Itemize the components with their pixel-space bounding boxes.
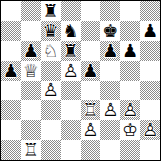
square-c8[interactable]: ♜: [41, 1, 61, 21]
piece-white-knight[interactable]: ♞♘: [41, 41, 61, 61]
piece-glyph: ♚: [102, 22, 118, 40]
square-f2[interactable]: [100, 120, 120, 140]
piece-glyph: ♔: [122, 121, 138, 139]
square-c4[interactable]: ♟♙: [41, 81, 61, 101]
piece-glyph: ♞: [62, 22, 78, 40]
square-b7[interactable]: [21, 21, 41, 41]
piece-glyph: ♙: [43, 81, 59, 99]
piece-white-pawn[interactable]: ♟♙: [41, 81, 61, 101]
piece-white-rook[interactable]: ♜♖: [81, 100, 101, 120]
square-c7[interactable]: ♛: [41, 21, 61, 41]
piece-glyph: ♟: [23, 42, 39, 60]
piece-black-pawn[interactable]: ♟: [81, 61, 101, 81]
square-e7[interactable]: [81, 21, 101, 41]
square-d2[interactable]: [61, 120, 81, 140]
square-e2[interactable]: ♟♙: [81, 120, 101, 140]
square-h8[interactable]: [140, 1, 160, 21]
square-a7[interactable]: [1, 21, 21, 41]
piece-glyph: ♟: [102, 42, 118, 60]
square-g6[interactable]: ♟: [120, 41, 140, 61]
square-g2[interactable]: ♚♔: [120, 120, 140, 140]
square-h7[interactable]: ♟: [140, 21, 160, 41]
square-g4[interactable]: [120, 81, 140, 101]
square-b8[interactable]: [21, 1, 41, 21]
square-b4[interactable]: [21, 81, 41, 101]
piece-glyph: ♖: [82, 101, 98, 119]
piece-black-pawn[interactable]: ♟: [1, 61, 21, 81]
square-f1[interactable]: [100, 140, 120, 160]
square-c5[interactable]: [41, 61, 61, 81]
piece-white-rook[interactable]: ♜♖: [21, 140, 41, 160]
piece-black-knight[interactable]: ♞: [61, 21, 81, 41]
square-e1[interactable]: [81, 140, 101, 160]
piece-white-pawn[interactable]: ♟♙: [100, 100, 120, 120]
square-e5[interactable]: ♟: [81, 61, 101, 81]
square-d8[interactable]: [61, 1, 81, 21]
square-h6[interactable]: [140, 41, 160, 61]
square-f7[interactable]: ♚: [100, 21, 120, 41]
square-h3[interactable]: [140, 100, 160, 120]
square-d7[interactable]: ♞: [61, 21, 81, 41]
piece-glyph: ♙: [142, 121, 158, 139]
square-b6[interactable]: ♟: [21, 41, 41, 61]
square-b2[interactable]: [21, 120, 41, 140]
square-f3[interactable]: ♟♙: [100, 100, 120, 120]
square-g1[interactable]: [120, 140, 140, 160]
square-c6[interactable]: ♞♘: [41, 41, 61, 61]
piece-black-rook[interactable]: ♜: [61, 41, 81, 61]
piece-glyph: ♟: [3, 62, 19, 80]
piece-glyph: ♟: [82, 62, 98, 80]
square-b3[interactable]: [21, 100, 41, 120]
square-c1[interactable]: [41, 140, 61, 160]
square-f5[interactable]: [100, 61, 120, 81]
piece-black-king[interactable]: ♚: [100, 21, 120, 41]
piece-black-pawn[interactable]: ♟: [100, 41, 120, 61]
square-e8[interactable]: [81, 1, 101, 21]
square-f4[interactable]: [100, 81, 120, 101]
square-g8[interactable]: [120, 1, 140, 21]
square-a5[interactable]: ♟: [1, 61, 21, 81]
square-d3[interactable]: [61, 100, 81, 120]
square-h1[interactable]: [140, 140, 160, 160]
piece-black-pawn[interactable]: ♟: [120, 41, 140, 61]
square-a4[interactable]: [1, 81, 21, 101]
square-d5[interactable]: ♟♙: [61, 61, 81, 81]
piece-glyph: ♖: [23, 141, 39, 159]
square-d4[interactable]: [61, 81, 81, 101]
piece-white-queen[interactable]: ♛♕: [21, 61, 41, 81]
square-h2[interactable]: ♟♙: [140, 120, 160, 140]
square-a6[interactable]: [1, 41, 21, 61]
square-g3[interactable]: ♟♙: [120, 100, 140, 120]
square-f8[interactable]: [100, 1, 120, 21]
chess-board: ♜♛♞♚♟♟♞♘♜♟♟♟♛♕♟♙♟♟♙♜♖♟♙♟♙♟♙♚♔♟♙♜♖: [0, 0, 161, 161]
square-g5[interactable]: [120, 61, 140, 81]
square-a1[interactable]: [1, 140, 21, 160]
square-e3[interactable]: ♜♖: [81, 100, 101, 120]
piece-glyph: ♟: [142, 22, 158, 40]
piece-white-king[interactable]: ♚♔: [120, 120, 140, 140]
square-e6[interactable]: [81, 41, 101, 61]
piece-glyph: ♙: [122, 101, 138, 119]
square-d6[interactable]: ♜: [61, 41, 81, 61]
piece-glyph: ♟: [122, 42, 138, 60]
square-a8[interactable]: [1, 1, 21, 21]
square-a3[interactable]: [1, 100, 21, 120]
square-c2[interactable]: [41, 120, 61, 140]
square-h4[interactable]: [140, 81, 160, 101]
piece-white-pawn[interactable]: ♟♙: [140, 120, 160, 140]
piece-white-pawn[interactable]: ♟♙: [120, 100, 140, 120]
piece-glyph: ♜: [62, 42, 78, 60]
piece-black-pawn[interactable]: ♟: [140, 21, 160, 41]
square-a2[interactable]: [1, 120, 21, 140]
piece-black-queen[interactable]: ♛: [41, 21, 61, 41]
piece-glyph: ♛: [43, 22, 59, 40]
square-f6[interactable]: ♟: [100, 41, 120, 61]
piece-glyph: ♙: [62, 62, 78, 80]
piece-black-pawn[interactable]: ♟: [21, 41, 41, 61]
square-b5[interactable]: ♛♕: [21, 61, 41, 81]
square-h5[interactable]: [140, 61, 160, 81]
square-e4[interactable]: [81, 81, 101, 101]
piece-glyph: ♘: [43, 42, 59, 60]
piece-glyph: ♙: [102, 101, 118, 119]
piece-glyph: ♜: [43, 2, 59, 20]
square-c3[interactable]: [41, 100, 61, 120]
piece-black-rook[interactable]: ♜: [41, 1, 61, 21]
square-g7[interactable]: [120, 21, 140, 41]
piece-white-pawn[interactable]: ♟♙: [81, 120, 101, 140]
piece-white-pawn[interactable]: ♟♙: [61, 61, 81, 81]
square-b1[interactable]: ♜♖: [21, 140, 41, 160]
piece-glyph: ♙: [82, 121, 98, 139]
square-d1[interactable]: [61, 140, 81, 160]
piece-glyph: ♕: [23, 62, 39, 80]
